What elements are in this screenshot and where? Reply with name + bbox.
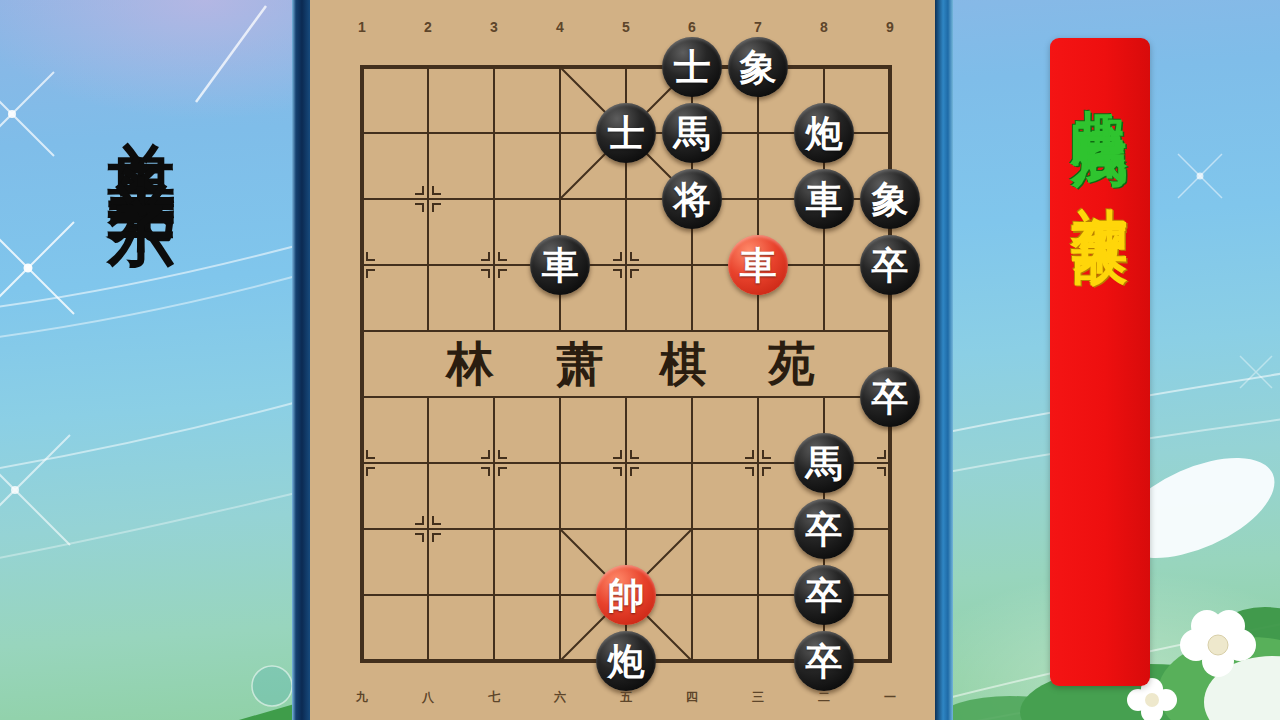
piece-black-卒[interactable]: 卒 bbox=[794, 499, 854, 559]
piece-black-車[interactable]: 車 bbox=[530, 235, 590, 295]
piece-black-象[interactable]: 象 bbox=[860, 169, 920, 229]
file-label-top: 3 bbox=[461, 19, 527, 35]
piece-black-卒[interactable]: 卒 bbox=[794, 631, 854, 691]
file-label-bottom: 一 bbox=[857, 689, 923, 706]
piece-black-馬[interactable]: 馬 bbox=[794, 433, 854, 493]
piece-black-士[interactable]: 士 bbox=[662, 37, 722, 97]
bubble-decoration bbox=[252, 666, 292, 706]
board-bottom-labels: 九 八 七 六 五 四 三 二 一 bbox=[329, 689, 923, 706]
file-label-top: 9 bbox=[857, 19, 923, 35]
xiangqi-board[interactable]: 林 萧 棋 苑 士象士馬炮将車象車車卒卒馬卒帥卒炮卒 bbox=[329, 34, 923, 694]
file-label-top: 4 bbox=[527, 19, 593, 35]
piece-black-士[interactable]: 士 bbox=[596, 103, 656, 163]
file-label-bottom: 七 bbox=[461, 689, 527, 706]
file-label-top: 6 bbox=[659, 19, 725, 35]
piece-red-帥[interactable]: 帥 bbox=[596, 565, 656, 625]
file-label-top: 8 bbox=[791, 19, 857, 35]
file-label-top: 2 bbox=[395, 19, 461, 35]
file-label-top: 5 bbox=[593, 19, 659, 35]
piece-black-炮[interactable]: 炮 bbox=[794, 103, 854, 163]
banner-title-top: 趣味残局 bbox=[1072, 65, 1128, 101]
piece-red-車[interactable]: 車 bbox=[728, 235, 788, 295]
piece-black-卒[interactable]: 卒 bbox=[794, 565, 854, 625]
piece-black-馬[interactable]: 馬 bbox=[662, 103, 722, 163]
file-label-bottom: 八 bbox=[395, 689, 461, 706]
piece-black-卒[interactable]: 卒 bbox=[860, 235, 920, 295]
piece-black-卒[interactable]: 卒 bbox=[860, 367, 920, 427]
file-label-top: 7 bbox=[725, 19, 791, 35]
pieces-layer: 士象士馬炮将車象車車卒卒馬卒帥卒炮卒 bbox=[329, 34, 923, 694]
banner-title-bottom: 神车灭敌 bbox=[1072, 161, 1128, 197]
stage: 1 2 3 4 5 6 7 8 9 林 萧 棋 苑 士象士馬炮将車象車車卒卒馬卒… bbox=[0, 0, 1280, 720]
file-label-bottom: 三 bbox=[725, 689, 791, 706]
piece-black-将[interactable]: 将 bbox=[662, 169, 722, 229]
file-label-bottom: 四 bbox=[659, 689, 725, 706]
piece-black-車[interactable]: 車 bbox=[794, 169, 854, 229]
board-top-labels: 1 2 3 4 5 6 7 8 9 bbox=[329, 19, 923, 35]
panel-right-edge-strip bbox=[935, 0, 953, 720]
file-label-bottom: 五 bbox=[593, 689, 659, 706]
file-label-bottom: 二 bbox=[791, 689, 857, 706]
file-label-bottom: 九 bbox=[329, 689, 395, 706]
file-label-top: 1 bbox=[329, 19, 395, 35]
piece-black-象[interactable]: 象 bbox=[728, 37, 788, 97]
panel-left-edge-strip bbox=[292, 0, 310, 720]
left-title: 单车杀光十六子 bbox=[98, 86, 189, 646]
file-label-bottom: 六 bbox=[527, 689, 593, 706]
right-banner: 趣味残局 神车灭敌 bbox=[1050, 38, 1150, 686]
piece-black-炮[interactable]: 炮 bbox=[596, 631, 656, 691]
